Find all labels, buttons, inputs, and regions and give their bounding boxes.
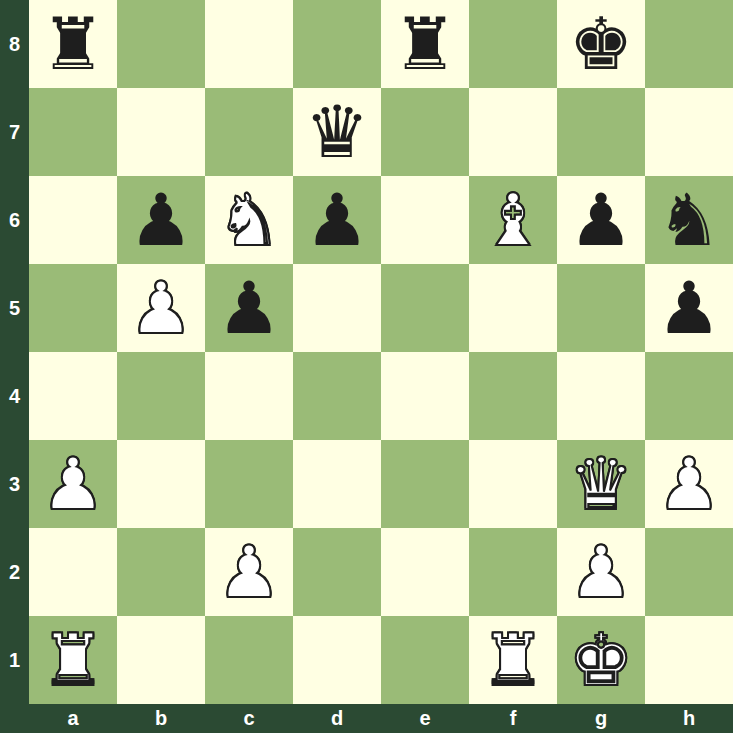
square-e7[interactable] bbox=[381, 88, 469, 176]
white-queen-g3[interactable]: ♛ bbox=[569, 440, 634, 528]
square-f4[interactable] bbox=[469, 352, 557, 440]
rank-label-5: 5 bbox=[0, 264, 29, 352]
square-d4[interactable] bbox=[293, 352, 381, 440]
square-h3[interactable]: ♟ bbox=[645, 440, 733, 528]
white-pawn-h3[interactable]: ♟ bbox=[657, 440, 722, 528]
square-h7[interactable] bbox=[645, 88, 733, 176]
square-g4[interactable] bbox=[557, 352, 645, 440]
file-label-g: g bbox=[557, 704, 645, 733]
white-bishop-f6[interactable]: ♝ bbox=[481, 176, 546, 264]
file-label-e: e bbox=[381, 704, 469, 733]
black-pawn-h5[interactable]: ♟ bbox=[657, 264, 722, 352]
black-queen-d7[interactable]: ♛ bbox=[305, 88, 370, 176]
square-b3[interactable] bbox=[117, 440, 205, 528]
square-b8[interactable] bbox=[117, 0, 205, 88]
black-pawn-b6[interactable]: ♟ bbox=[129, 176, 194, 264]
square-f3[interactable] bbox=[469, 440, 557, 528]
square-a5[interactable] bbox=[29, 264, 117, 352]
board-corner bbox=[0, 704, 29, 733]
square-d1[interactable] bbox=[293, 616, 381, 704]
square-h2[interactable] bbox=[645, 528, 733, 616]
square-a8[interactable]: ♜ bbox=[29, 0, 117, 88]
square-g5[interactable] bbox=[557, 264, 645, 352]
square-b2[interactable] bbox=[117, 528, 205, 616]
square-h1[interactable] bbox=[645, 616, 733, 704]
square-c3[interactable] bbox=[205, 440, 293, 528]
white-pawn-a3[interactable]: ♟ bbox=[41, 440, 106, 528]
file-label-h: h bbox=[645, 704, 733, 733]
square-c5[interactable]: ♟ bbox=[205, 264, 293, 352]
square-g1[interactable]: ♚ bbox=[557, 616, 645, 704]
square-e4[interactable] bbox=[381, 352, 469, 440]
square-e8[interactable]: ♜ bbox=[381, 0, 469, 88]
square-d3[interactable] bbox=[293, 440, 381, 528]
white-rook-a1[interactable]: ♜ bbox=[41, 616, 106, 704]
square-a7[interactable] bbox=[29, 88, 117, 176]
rank-label-8: 8 bbox=[0, 0, 29, 88]
square-e2[interactable] bbox=[381, 528, 469, 616]
black-knight-h6[interactable]: ♞ bbox=[657, 176, 722, 264]
black-pawn-c5[interactable]: ♟ bbox=[217, 264, 282, 352]
square-c1[interactable] bbox=[205, 616, 293, 704]
square-d8[interactable] bbox=[293, 0, 381, 88]
rank-label-7: 7 bbox=[0, 88, 29, 176]
white-pawn-c2[interactable]: ♟ bbox=[217, 528, 282, 616]
square-g3[interactable]: ♛ bbox=[557, 440, 645, 528]
square-b4[interactable] bbox=[117, 352, 205, 440]
file-label-d: d bbox=[293, 704, 381, 733]
square-b5[interactable]: ♟ bbox=[117, 264, 205, 352]
chess-board: 8♜♜♚7♛6♟♞♟♝♟♞5♟♟♟43♟♛♟2♟♟1♜♜♚abcdefgh bbox=[0, 0, 733, 733]
rank-label-6: 6 bbox=[0, 176, 29, 264]
file-label-c: c bbox=[205, 704, 293, 733]
black-pawn-d6[interactable]: ♟ bbox=[305, 176, 370, 264]
square-g2[interactable]: ♟ bbox=[557, 528, 645, 616]
square-f8[interactable] bbox=[469, 0, 557, 88]
square-a4[interactable] bbox=[29, 352, 117, 440]
white-rook-f1[interactable]: ♜ bbox=[481, 616, 546, 704]
square-c7[interactable] bbox=[205, 88, 293, 176]
square-d2[interactable] bbox=[293, 528, 381, 616]
square-c4[interactable] bbox=[205, 352, 293, 440]
square-a6[interactable] bbox=[29, 176, 117, 264]
square-g6[interactable]: ♟ bbox=[557, 176, 645, 264]
square-h6[interactable]: ♞ bbox=[645, 176, 733, 264]
square-b1[interactable] bbox=[117, 616, 205, 704]
square-c8[interactable] bbox=[205, 0, 293, 88]
square-d5[interactable] bbox=[293, 264, 381, 352]
square-h5[interactable]: ♟ bbox=[645, 264, 733, 352]
rank-label-4: 4 bbox=[0, 352, 29, 440]
square-d7[interactable]: ♛ bbox=[293, 88, 381, 176]
rank-label-2: 2 bbox=[0, 528, 29, 616]
black-rook-a8[interactable]: ♜ bbox=[41, 0, 106, 88]
square-h4[interactable] bbox=[645, 352, 733, 440]
file-label-b: b bbox=[117, 704, 205, 733]
square-c6[interactable]: ♞ bbox=[205, 176, 293, 264]
square-h8[interactable] bbox=[645, 0, 733, 88]
square-e1[interactable] bbox=[381, 616, 469, 704]
square-c2[interactable]: ♟ bbox=[205, 528, 293, 616]
black-king-g8[interactable]: ♚ bbox=[569, 0, 634, 88]
square-f1[interactable]: ♜ bbox=[469, 616, 557, 704]
square-a1[interactable]: ♜ bbox=[29, 616, 117, 704]
rank-label-3: 3 bbox=[0, 440, 29, 528]
square-g7[interactable] bbox=[557, 88, 645, 176]
white-knight-c6[interactable]: ♞ bbox=[217, 176, 282, 264]
rank-label-1: 1 bbox=[0, 616, 29, 704]
square-f5[interactable] bbox=[469, 264, 557, 352]
black-rook-e8[interactable]: ♜ bbox=[393, 0, 458, 88]
square-e5[interactable] bbox=[381, 264, 469, 352]
square-e3[interactable] bbox=[381, 440, 469, 528]
square-b7[interactable] bbox=[117, 88, 205, 176]
white-pawn-b5[interactable]: ♟ bbox=[129, 264, 194, 352]
white-king-g1[interactable]: ♚ bbox=[569, 616, 634, 704]
square-e6[interactable] bbox=[381, 176, 469, 264]
square-f6[interactable]: ♝ bbox=[469, 176, 557, 264]
white-pawn-g2[interactable]: ♟ bbox=[569, 528, 634, 616]
square-a3[interactable]: ♟ bbox=[29, 440, 117, 528]
square-b6[interactable]: ♟ bbox=[117, 176, 205, 264]
square-a2[interactable] bbox=[29, 528, 117, 616]
square-d6[interactable]: ♟ bbox=[293, 176, 381, 264]
file-label-a: a bbox=[29, 704, 117, 733]
file-label-f: f bbox=[469, 704, 557, 733]
square-f7[interactable] bbox=[469, 88, 557, 176]
square-f2[interactable] bbox=[469, 528, 557, 616]
black-pawn-g6[interactable]: ♟ bbox=[569, 176, 634, 264]
square-g8[interactable]: ♚ bbox=[557, 0, 645, 88]
